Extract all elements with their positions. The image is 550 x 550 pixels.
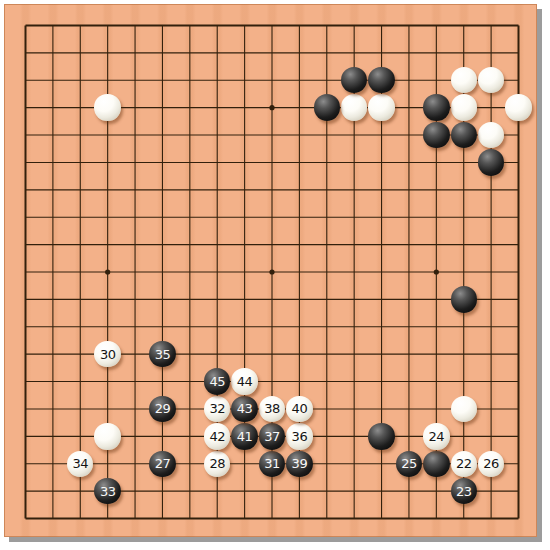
- move-number: 30: [100, 348, 116, 361]
- star-point: [105, 269, 110, 274]
- stone-white-30[interactable]: 30: [94, 341, 120, 367]
- stone-white-22[interactable]: 22: [451, 451, 477, 477]
- stone-black-33[interactable]: 33: [94, 478, 120, 504]
- stone-white[interactable]: [451, 94, 477, 120]
- move-number: 43: [237, 402, 253, 415]
- stone-black[interactable]: [451, 122, 477, 148]
- stone-white-36[interactable]: 36: [286, 423, 312, 449]
- stone-white[interactable]: [94, 94, 120, 120]
- stone-black[interactable]: [451, 286, 477, 312]
- stone-white[interactable]: [451, 396, 477, 422]
- star-point: [269, 105, 274, 110]
- move-number: 31: [264, 457, 280, 470]
- stone-black[interactable]: [423, 122, 449, 148]
- move-number: 34: [72, 457, 88, 470]
- stone-black-35[interactable]: 35: [149, 341, 175, 367]
- move-number: 27: [155, 457, 171, 470]
- move-number: 29: [155, 402, 171, 415]
- stone-white-38[interactable]: 38: [259, 396, 285, 422]
- move-number: 45: [209, 375, 225, 388]
- star-point: [269, 269, 274, 274]
- move-number: 23: [456, 485, 472, 498]
- move-number: 32: [209, 402, 225, 415]
- stone-white-28[interactable]: 28: [204, 451, 230, 477]
- move-number: 36: [292, 430, 308, 443]
- stone-white[interactable]: [368, 94, 394, 120]
- move-number: 44: [237, 375, 253, 388]
- stone-white[interactable]: [341, 94, 367, 120]
- move-number: 35: [155, 348, 171, 361]
- stone-black-39[interactable]: 39: [286, 451, 312, 477]
- stone-white[interactable]: [505, 94, 531, 120]
- go-diagram-frame: 2223242526272829303132333435363738394041…: [0, 0, 550, 550]
- move-number: 37: [264, 430, 280, 443]
- move-number: 38: [264, 402, 280, 415]
- stone-black-23[interactable]: 23: [451, 478, 477, 504]
- move-number: 22: [456, 457, 472, 470]
- stone-black-27[interactable]: 27: [149, 451, 175, 477]
- move-number: 24: [429, 430, 445, 443]
- move-number: 42: [209, 430, 225, 443]
- go-board[interactable]: 2223242526272829303132333435363738394041…: [4, 4, 537, 537]
- stone-black-37[interactable]: 37: [259, 423, 285, 449]
- stone-white-44[interactable]: 44: [231, 368, 257, 394]
- stone-white-26[interactable]: 26: [478, 451, 504, 477]
- stone-black-31[interactable]: 31: [259, 451, 285, 477]
- move-number: 39: [292, 457, 308, 470]
- stone-black[interactable]: [423, 451, 449, 477]
- stone-black[interactable]: [368, 67, 394, 93]
- stone-black[interactable]: [314, 94, 340, 120]
- stone-black-45[interactable]: 45: [204, 368, 230, 394]
- star-point: [434, 269, 439, 274]
- stone-black[interactable]: [368, 423, 394, 449]
- stone-white-42[interactable]: 42: [204, 423, 230, 449]
- move-number: 40: [292, 402, 308, 415]
- stone-black-29[interactable]: 29: [149, 396, 175, 422]
- stone-white-24[interactable]: 24: [423, 423, 449, 449]
- stone-black[interactable]: [423, 94, 449, 120]
- stone-black-41[interactable]: 41: [231, 423, 257, 449]
- move-number: 33: [100, 485, 116, 498]
- move-number: 28: [209, 457, 225, 470]
- stone-white[interactable]: [94, 423, 120, 449]
- move-number: 26: [483, 457, 499, 470]
- stone-white-40[interactable]: 40: [286, 396, 312, 422]
- move-number: 41: [237, 430, 253, 443]
- stone-black[interactable]: [478, 149, 504, 175]
- stone-black-43[interactable]: 43: [231, 396, 257, 422]
- stone-black-25[interactable]: 25: [396, 451, 422, 477]
- move-number: 25: [401, 457, 417, 470]
